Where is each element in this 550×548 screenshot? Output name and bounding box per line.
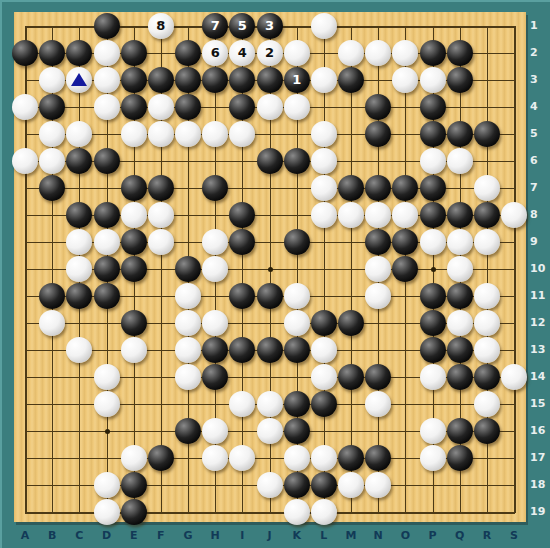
white-stone-L6[interactable] [311,148,337,174]
white-stone-M2[interactable] [338,40,364,66]
star-point [105,429,110,434]
black-stone-O9[interactable] [392,229,418,255]
white-stone-N18[interactable] [365,472,391,498]
white-stone-K11[interactable] [284,283,310,309]
white-stone-R12[interactable] [474,310,500,336]
black-stone-H3[interactable] [202,67,228,93]
white-stone-G13[interactable] [175,337,201,363]
white-stone-P6[interactable] [420,148,446,174]
white-stone-B6[interactable] [39,148,65,174]
row-label-19: 19 [530,505,550,518]
black-stone-K6[interactable] [284,148,310,174]
row-label-14: 14 [530,370,550,383]
black-stone-K15[interactable] [284,391,310,417]
white-stone-K2[interactable] [284,40,310,66]
white-stone-N11[interactable] [365,283,391,309]
black-stone-G4[interactable] [175,94,201,120]
white-stone-K17[interactable] [284,445,310,471]
white-stone-D4[interactable] [94,94,120,120]
column-label-S: S [504,529,524,542]
white-stone-L8[interactable] [311,202,337,228]
row-label-8: 8 [530,208,550,221]
black-stone-M14[interactable] [338,364,364,390]
white-stone-F4[interactable] [148,94,174,120]
black-stone-N7[interactable] [365,175,391,201]
white-stone-E8[interactable] [121,202,147,228]
black-stone-E12[interactable] [121,310,147,336]
move-number-4: 4 [229,40,255,66]
white-stone-I17[interactable] [229,445,255,471]
grid-line-vertical [514,26,516,513]
white-stone-K19[interactable] [284,499,310,525]
white-stone-B5[interactable] [39,121,65,147]
black-stone-I8[interactable] [229,202,255,228]
white-stone-S8[interactable] [501,202,527,228]
white-stone-R13[interactable] [474,337,500,363]
black-stone-I13[interactable] [229,337,255,363]
black-stone-H13[interactable] [202,337,228,363]
white-stone-G12[interactable] [175,310,201,336]
column-label-H: H [205,529,225,542]
white-stone-N10[interactable] [365,256,391,282]
column-label-O: O [395,529,415,542]
row-label-13: 13 [530,343,550,356]
row-label-1: 1 [530,19,550,32]
white-stone-C9[interactable] [66,229,92,255]
white-stone-O2[interactable] [392,40,418,66]
white-stone-E13[interactable] [121,337,147,363]
grid-line-vertical [351,26,352,513]
white-stone-L17[interactable] [311,445,337,471]
black-stone-C2[interactable] [66,40,92,66]
white-stone-J4[interactable] [257,94,283,120]
black-stone-K16[interactable] [284,418,310,444]
move-number-1: 1 [284,67,310,93]
white-stone-R11[interactable] [474,283,500,309]
black-stone-F3[interactable] [148,67,174,93]
black-stone-A2[interactable] [12,40,38,66]
black-stone-P7[interactable] [420,175,446,201]
row-label-16: 16 [530,424,550,437]
star-point [431,267,436,272]
black-stone-P8[interactable] [420,202,446,228]
white-stone-R9[interactable] [474,229,500,255]
move-number-5: 5 [229,13,255,39]
white-stone-L5[interactable] [311,121,337,147]
black-stone-R14[interactable] [474,364,500,390]
white-stone-E5[interactable] [121,121,147,147]
row-label-6: 6 [530,154,550,167]
black-stone-F17[interactable] [148,445,174,471]
black-stone-N9[interactable] [365,229,391,255]
black-stone-J13[interactable] [257,337,283,363]
move-number-8: 8 [148,13,174,39]
black-stone-L18[interactable] [311,472,337,498]
white-stone-R7[interactable] [474,175,500,201]
white-stone-E17[interactable] [121,445,147,471]
black-stone-Q13[interactable] [447,337,473,363]
white-stone-Q9[interactable] [447,229,473,255]
white-stone-H17[interactable] [202,445,228,471]
row-label-10: 10 [530,262,550,275]
black-stone-G2[interactable] [175,40,201,66]
move-number-7: 7 [202,13,228,39]
black-stone-P11[interactable] [420,283,446,309]
white-stone-P3[interactable] [420,67,446,93]
black-stone-I11[interactable] [229,283,255,309]
black-stone-M7[interactable] [338,175,364,201]
black-stone-R16[interactable] [474,418,500,444]
white-stone-G5[interactable] [175,121,201,147]
row-label-18: 18 [530,478,550,491]
white-stone-L13[interactable] [311,337,337,363]
column-label-C: C [69,529,89,542]
white-stone-C13[interactable] [66,337,92,363]
black-stone-M12[interactable] [338,310,364,336]
black-stone-B4[interactable] [39,94,65,120]
black-stone-C11[interactable] [66,283,92,309]
black-stone-D10[interactable] [94,256,120,282]
black-stone-P4[interactable] [420,94,446,120]
white-stone-L14[interactable] [311,364,337,390]
white-stone-D15[interactable] [94,391,120,417]
white-stone-Q6[interactable] [447,148,473,174]
black-stone-R5[interactable] [474,121,500,147]
white-stone-P17[interactable] [420,445,446,471]
black-stone-P12[interactable] [420,310,446,336]
go-board[interactable]: 87536421 [14,12,526,522]
star-point [268,267,273,272]
black-stone-N17[interactable] [365,445,391,471]
black-stone-Q8[interactable] [447,202,473,228]
white-stone-L3[interactable] [311,67,337,93]
black-stone-P5[interactable] [420,121,446,147]
column-label-N: N [368,529,388,542]
row-label-5: 5 [530,127,550,140]
black-stone-D8[interactable] [94,202,120,228]
black-stone-L12[interactable] [311,310,337,336]
black-stone-K9[interactable] [284,229,310,255]
white-stone-D9[interactable] [94,229,120,255]
black-stone-G3[interactable] [175,67,201,93]
triangle-marker [71,73,87,86]
black-stone-L15[interactable] [311,391,337,417]
row-label-3: 3 [530,73,550,86]
white-stone-R15[interactable] [474,391,500,417]
black-stone-I3[interactable] [229,67,255,93]
white-stone-N2[interactable] [365,40,391,66]
white-stone-H16[interactable] [202,418,228,444]
white-stone-C10[interactable] [66,256,92,282]
white-stone-D18[interactable] [94,472,120,498]
grid-line-vertical [324,26,325,513]
white-stone-P14[interactable] [420,364,446,390]
black-stone-P13[interactable] [420,337,446,363]
black-stone-E10[interactable] [121,256,147,282]
white-stone-K4[interactable] [284,94,310,120]
row-label-7: 7 [530,181,550,194]
white-stone-D2[interactable] [94,40,120,66]
white-stone-B12[interactable] [39,310,65,336]
black-stone-E4[interactable] [121,94,147,120]
black-stone-J11[interactable] [257,283,283,309]
column-label-E: E [124,529,144,542]
white-stone-O3[interactable] [392,67,418,93]
black-stone-E2[interactable] [121,40,147,66]
white-stone-J16[interactable] [257,418,283,444]
white-stone-G14[interactable] [175,364,201,390]
white-stone-F8[interactable] [148,202,174,228]
black-stone-E9[interactable] [121,229,147,255]
white-stone-A4[interactable] [12,94,38,120]
black-stone-H7[interactable] [202,175,228,201]
white-stone-H12[interactable] [202,310,228,336]
column-label-K: K [287,529,307,542]
white-stone-Q12[interactable] [447,310,473,336]
column-label-D: D [97,529,117,542]
black-stone-O7[interactable] [392,175,418,201]
black-stone-D11[interactable] [94,283,120,309]
white-stone-G11[interactable] [175,283,201,309]
black-stone-Q17[interactable] [447,445,473,471]
black-stone-Q11[interactable] [447,283,473,309]
column-label-P: P [423,529,443,542]
black-stone-Q2[interactable] [447,40,473,66]
column-label-L: L [314,529,334,542]
black-stone-M3[interactable] [338,67,364,93]
column-label-I: I [232,529,252,542]
row-label-11: 11 [530,289,550,302]
white-stone-H10[interactable] [202,256,228,282]
column-label-J: J [260,529,280,542]
white-stone-M8[interactable] [338,202,364,228]
black-stone-C8[interactable] [66,202,92,228]
black-stone-J6[interactable] [257,148,283,174]
white-stone-C5[interactable] [66,121,92,147]
white-stone-L7[interactable] [311,175,337,201]
white-stone-P16[interactable] [420,418,446,444]
column-label-F: F [151,529,171,542]
go-board-frame: 87536421 ABCDEFGHIJKLMNOPQRS123456789101… [0,0,550,548]
white-stone-N8[interactable] [365,202,391,228]
white-stone-D19[interactable] [94,499,120,525]
black-stone-D1[interactable] [94,13,120,39]
white-stone-B3[interactable] [39,67,65,93]
black-stone-P2[interactable] [420,40,446,66]
black-stone-C6[interactable] [66,148,92,174]
black-stone-Q14[interactable] [447,364,473,390]
black-stone-B2[interactable] [39,40,65,66]
move-number-2: 2 [257,40,283,66]
white-stone-F5[interactable] [148,121,174,147]
column-label-M: M [341,529,361,542]
black-stone-O10[interactable] [392,256,418,282]
black-stone-N5[interactable] [365,121,391,147]
white-stone-I15[interactable] [229,391,255,417]
white-stone-K12[interactable] [284,310,310,336]
white-stone-Q10[interactable] [447,256,473,282]
black-stone-G16[interactable] [175,418,201,444]
white-stone-L19[interactable] [311,499,337,525]
row-label-2: 2 [530,46,550,59]
black-stone-F7[interactable] [148,175,174,201]
black-stone-B11[interactable] [39,283,65,309]
black-stone-E7[interactable] [121,175,147,201]
black-stone-I4[interactable] [229,94,255,120]
white-stone-D14[interactable] [94,364,120,390]
black-stone-K13[interactable] [284,337,310,363]
white-stone-M18[interactable] [338,472,364,498]
column-label-Q: Q [450,529,470,542]
black-stone-E19[interactable] [121,499,147,525]
white-stone-N15[interactable] [365,391,391,417]
black-stone-I9[interactable] [229,229,255,255]
column-label-A: A [15,529,35,542]
white-stone-I5[interactable] [229,121,255,147]
black-stone-Q5[interactable] [447,121,473,147]
white-stone-J15[interactable] [257,391,283,417]
black-stone-J3[interactable] [257,67,283,93]
black-stone-N14[interactable] [365,364,391,390]
black-stone-N4[interactable] [365,94,391,120]
row-label-4: 4 [530,100,550,113]
move-number-6: 6 [202,40,228,66]
row-label-15: 15 [530,397,550,410]
black-stone-K18[interactable] [284,472,310,498]
column-label-B: B [42,529,62,542]
white-stone-P9[interactable] [420,229,446,255]
black-stone-B7[interactable] [39,175,65,201]
black-stone-D6[interactable] [94,148,120,174]
black-stone-R8[interactable] [474,202,500,228]
black-stone-M17[interactable] [338,445,364,471]
white-stone-S14[interactable] [501,364,527,390]
black-stone-E18[interactable] [121,472,147,498]
white-stone-D3[interactable] [94,67,120,93]
black-stone-G10[interactable] [175,256,201,282]
white-stone-H9[interactable] [202,229,228,255]
white-stone-O8[interactable] [392,202,418,228]
white-stone-H5[interactable] [202,121,228,147]
row-label-9: 9 [530,235,550,248]
black-stone-H14[interactable] [202,364,228,390]
row-label-17: 17 [530,451,550,464]
white-stone-J18[interactable] [257,472,283,498]
black-stone-Q3[interactable] [447,67,473,93]
black-stone-Q16[interactable] [447,418,473,444]
white-stone-F9[interactable] [148,229,174,255]
column-label-G: G [178,529,198,542]
white-stone-L1[interactable] [311,13,337,39]
row-label-12: 12 [530,316,550,329]
white-stone-A6[interactable] [12,148,38,174]
black-stone-E3[interactable] [121,67,147,93]
column-label-R: R [477,529,497,542]
move-number-3: 3 [257,13,283,39]
